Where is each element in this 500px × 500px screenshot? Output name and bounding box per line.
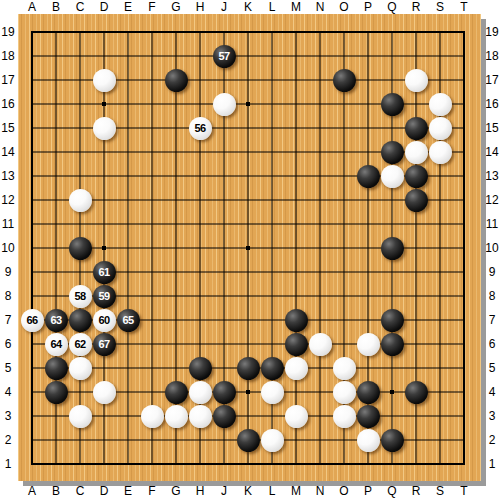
- intersection-R1[interactable]: [404, 452, 428, 476]
- intersection-T2[interactable]: [452, 428, 476, 452]
- intersection-O8[interactable]: [332, 284, 356, 308]
- intersection-G2[interactable]: [164, 428, 188, 452]
- intersection-Q3[interactable]: [380, 404, 404, 428]
- intersection-D1[interactable]: [92, 452, 116, 476]
- intersection-S7[interactable]: [428, 308, 452, 332]
- intersection-G17[interactable]: [164, 68, 188, 92]
- intersection-F19[interactable]: [140, 20, 164, 44]
- intersection-C5[interactable]: [68, 356, 92, 380]
- intersection-L3[interactable]: [260, 404, 284, 428]
- intersection-K1[interactable]: [236, 452, 260, 476]
- intersection-G13[interactable]: [164, 164, 188, 188]
- intersection-N13[interactable]: [308, 164, 332, 188]
- intersection-Q16[interactable]: [380, 92, 404, 116]
- intersection-A15[interactable]: [20, 116, 44, 140]
- intersection-B4[interactable]: [44, 380, 68, 404]
- intersection-T16[interactable]: [452, 92, 476, 116]
- intersection-H16[interactable]: [188, 92, 212, 116]
- intersection-N15[interactable]: [308, 116, 332, 140]
- intersection-H12[interactable]: [188, 188, 212, 212]
- intersection-N1[interactable]: [308, 452, 332, 476]
- intersection-D17[interactable]: [92, 68, 116, 92]
- intersection-O2[interactable]: [332, 428, 356, 452]
- intersection-T9[interactable]: [452, 260, 476, 284]
- intersection-H2[interactable]: [188, 428, 212, 452]
- intersection-M14[interactable]: [284, 140, 308, 164]
- intersection-S12[interactable]: [428, 188, 452, 212]
- intersection-H1[interactable]: [188, 452, 212, 476]
- intersection-J15[interactable]: [212, 116, 236, 140]
- intersection-A6[interactable]: [20, 332, 44, 356]
- intersection-K10[interactable]: [236, 236, 260, 260]
- intersection-F6[interactable]: [140, 332, 164, 356]
- intersection-H10[interactable]: [188, 236, 212, 260]
- intersection-A16[interactable]: [20, 92, 44, 116]
- intersection-N16[interactable]: [308, 92, 332, 116]
- intersection-J13[interactable]: [212, 164, 236, 188]
- intersection-N6[interactable]: [308, 332, 332, 356]
- intersection-F3[interactable]: [140, 404, 164, 428]
- intersection-A1[interactable]: [20, 452, 44, 476]
- intersection-K12[interactable]: [236, 188, 260, 212]
- intersection-R10[interactable]: [404, 236, 428, 260]
- intersection-R19[interactable]: [404, 20, 428, 44]
- intersection-K14[interactable]: [236, 140, 260, 164]
- intersection-L11[interactable]: [260, 212, 284, 236]
- intersection-G16[interactable]: [164, 92, 188, 116]
- intersection-P5[interactable]: [356, 356, 380, 380]
- intersection-R2[interactable]: [404, 428, 428, 452]
- intersection-E9[interactable]: [116, 260, 140, 284]
- intersection-D8[interactable]: 59: [92, 284, 116, 308]
- intersection-R15[interactable]: [404, 116, 428, 140]
- intersection-O7[interactable]: [332, 308, 356, 332]
- intersection-E6[interactable]: [116, 332, 140, 356]
- intersection-L14[interactable]: [260, 140, 284, 164]
- intersection-H14[interactable]: [188, 140, 212, 164]
- intersection-K3[interactable]: [236, 404, 260, 428]
- intersection-T17[interactable]: [452, 68, 476, 92]
- intersection-M9[interactable]: [284, 260, 308, 284]
- intersection-F7[interactable]: [140, 308, 164, 332]
- intersection-G14[interactable]: [164, 140, 188, 164]
- intersection-O5[interactable]: [332, 356, 356, 380]
- intersection-O17[interactable]: [332, 68, 356, 92]
- intersection-M1[interactable]: [284, 452, 308, 476]
- intersection-J3[interactable]: [212, 404, 236, 428]
- intersection-E8[interactable]: [116, 284, 140, 308]
- intersection-G6[interactable]: [164, 332, 188, 356]
- intersection-L8[interactable]: [260, 284, 284, 308]
- intersection-C17[interactable]: [68, 68, 92, 92]
- intersection-L10[interactable]: [260, 236, 284, 260]
- intersection-B9[interactable]: [44, 260, 68, 284]
- intersection-R9[interactable]: [404, 260, 428, 284]
- intersection-Q2[interactable]: [380, 428, 404, 452]
- intersection-T13[interactable]: [452, 164, 476, 188]
- intersection-S11[interactable]: [428, 212, 452, 236]
- intersection-J2[interactable]: [212, 428, 236, 452]
- intersection-E15[interactable]: [116, 116, 140, 140]
- intersection-E4[interactable]: [116, 380, 140, 404]
- intersection-H5[interactable]: [188, 356, 212, 380]
- intersection-O10[interactable]: [332, 236, 356, 260]
- intersection-Q10[interactable]: [380, 236, 404, 260]
- intersection-T8[interactable]: [452, 284, 476, 308]
- intersection-H8[interactable]: [188, 284, 212, 308]
- intersection-C3[interactable]: [68, 404, 92, 428]
- intersection-C15[interactable]: [68, 116, 92, 140]
- intersection-T3[interactable]: [452, 404, 476, 428]
- intersection-J17[interactable]: [212, 68, 236, 92]
- intersection-T6[interactable]: [452, 332, 476, 356]
- intersection-N14[interactable]: [308, 140, 332, 164]
- intersection-P7[interactable]: [356, 308, 380, 332]
- intersection-R18[interactable]: [404, 44, 428, 68]
- intersection-E5[interactable]: [116, 356, 140, 380]
- intersection-R6[interactable]: [404, 332, 428, 356]
- intersection-J5[interactable]: [212, 356, 236, 380]
- intersection-J8[interactable]: [212, 284, 236, 308]
- intersection-L19[interactable]: [260, 20, 284, 44]
- intersection-J18[interactable]: 57: [212, 44, 236, 68]
- intersection-M16[interactable]: [284, 92, 308, 116]
- intersection-J10[interactable]: [212, 236, 236, 260]
- intersection-R5[interactable]: [404, 356, 428, 380]
- intersection-B2[interactable]: [44, 428, 68, 452]
- intersection-O6[interactable]: [332, 332, 356, 356]
- intersection-N19[interactable]: [308, 20, 332, 44]
- intersection-D2[interactable]: [92, 428, 116, 452]
- intersection-H9[interactable]: [188, 260, 212, 284]
- intersection-G9[interactable]: [164, 260, 188, 284]
- intersection-O16[interactable]: [332, 92, 356, 116]
- intersection-D14[interactable]: [92, 140, 116, 164]
- intersection-O4[interactable]: [332, 380, 356, 404]
- intersection-K7[interactable]: [236, 308, 260, 332]
- intersection-N7[interactable]: [308, 308, 332, 332]
- intersection-C19[interactable]: [68, 20, 92, 44]
- intersection-J4[interactable]: [212, 380, 236, 404]
- intersection-F11[interactable]: [140, 212, 164, 236]
- intersection-A4[interactable]: [20, 380, 44, 404]
- intersection-B10[interactable]: [44, 236, 68, 260]
- intersection-B15[interactable]: [44, 116, 68, 140]
- intersection-G15[interactable]: [164, 116, 188, 140]
- intersection-Q17[interactable]: [380, 68, 404, 92]
- intersection-G10[interactable]: [164, 236, 188, 260]
- intersection-A11[interactable]: [20, 212, 44, 236]
- intersection-E2[interactable]: [116, 428, 140, 452]
- intersection-K5[interactable]: [236, 356, 260, 380]
- intersection-C1[interactable]: [68, 452, 92, 476]
- intersection-C4[interactable]: [68, 380, 92, 404]
- intersection-E19[interactable]: [116, 20, 140, 44]
- intersection-G12[interactable]: [164, 188, 188, 212]
- intersection-S17[interactable]: [428, 68, 452, 92]
- intersection-O13[interactable]: [332, 164, 356, 188]
- intersection-O18[interactable]: [332, 44, 356, 68]
- intersection-R4[interactable]: [404, 380, 428, 404]
- intersection-T19[interactable]: [452, 20, 476, 44]
- intersection-N2[interactable]: [308, 428, 332, 452]
- intersection-J19[interactable]: [212, 20, 236, 44]
- intersection-H3[interactable]: [188, 404, 212, 428]
- intersection-S9[interactable]: [428, 260, 452, 284]
- intersection-L13[interactable]: [260, 164, 284, 188]
- intersection-T10[interactable]: [452, 236, 476, 260]
- intersection-B17[interactable]: [44, 68, 68, 92]
- intersection-B3[interactable]: [44, 404, 68, 428]
- intersection-K11[interactable]: [236, 212, 260, 236]
- intersection-T18[interactable]: [452, 44, 476, 68]
- intersection-P14[interactable]: [356, 140, 380, 164]
- intersection-M4[interactable]: [284, 380, 308, 404]
- intersection-M11[interactable]: [284, 212, 308, 236]
- intersection-P6[interactable]: [356, 332, 380, 356]
- intersection-L18[interactable]: [260, 44, 284, 68]
- intersection-J1[interactable]: [212, 452, 236, 476]
- intersection-K4[interactable]: [236, 380, 260, 404]
- intersection-S13[interactable]: [428, 164, 452, 188]
- intersection-L5[interactable]: [260, 356, 284, 380]
- intersection-A5[interactable]: [20, 356, 44, 380]
- intersection-L4[interactable]: [260, 380, 284, 404]
- intersection-N17[interactable]: [308, 68, 332, 92]
- intersection-Q19[interactable]: [380, 20, 404, 44]
- intersection-C16[interactable]: [68, 92, 92, 116]
- intersection-S6[interactable]: [428, 332, 452, 356]
- intersection-E7[interactable]: 65: [116, 308, 140, 332]
- intersection-L9[interactable]: [260, 260, 284, 284]
- intersection-E10[interactable]: [116, 236, 140, 260]
- intersection-N8[interactable]: [308, 284, 332, 308]
- intersection-B11[interactable]: [44, 212, 68, 236]
- intersection-F1[interactable]: [140, 452, 164, 476]
- intersection-C10[interactable]: [68, 236, 92, 260]
- intersection-J6[interactable]: [212, 332, 236, 356]
- intersection-G4[interactable]: [164, 380, 188, 404]
- intersection-A9[interactable]: [20, 260, 44, 284]
- intersection-S19[interactable]: [428, 20, 452, 44]
- intersection-F10[interactable]: [140, 236, 164, 260]
- intersection-M2[interactable]: [284, 428, 308, 452]
- intersection-N3[interactable]: [308, 404, 332, 428]
- intersection-A14[interactable]: [20, 140, 44, 164]
- intersection-E1[interactable]: [116, 452, 140, 476]
- intersection-P10[interactable]: [356, 236, 380, 260]
- intersection-P9[interactable]: [356, 260, 380, 284]
- intersection-H7[interactable]: [188, 308, 212, 332]
- intersection-L6[interactable]: [260, 332, 284, 356]
- intersection-K13[interactable]: [236, 164, 260, 188]
- intersection-P15[interactable]: [356, 116, 380, 140]
- intersection-A12[interactable]: [20, 188, 44, 212]
- intersection-H13[interactable]: [188, 164, 212, 188]
- intersection-S16[interactable]: [428, 92, 452, 116]
- intersection-D18[interactable]: [92, 44, 116, 68]
- intersection-M10[interactable]: [284, 236, 308, 260]
- intersection-M7[interactable]: [284, 308, 308, 332]
- intersection-F18[interactable]: [140, 44, 164, 68]
- intersection-S15[interactable]: [428, 116, 452, 140]
- intersection-D5[interactable]: [92, 356, 116, 380]
- intersection-L2[interactable]: [260, 428, 284, 452]
- intersection-N11[interactable]: [308, 212, 332, 236]
- intersection-E13[interactable]: [116, 164, 140, 188]
- intersection-J7[interactable]: [212, 308, 236, 332]
- intersection-S1[interactable]: [428, 452, 452, 476]
- intersection-Q5[interactable]: [380, 356, 404, 380]
- intersection-K6[interactable]: [236, 332, 260, 356]
- intersection-S18[interactable]: [428, 44, 452, 68]
- intersection-D3[interactable]: [92, 404, 116, 428]
- intersection-O3[interactable]: [332, 404, 356, 428]
- intersection-A19[interactable]: [20, 20, 44, 44]
- intersection-B16[interactable]: [44, 92, 68, 116]
- intersection-C8[interactable]: 58: [68, 284, 92, 308]
- intersection-P12[interactable]: [356, 188, 380, 212]
- intersection-J12[interactable]: [212, 188, 236, 212]
- intersection-S2[interactable]: [428, 428, 452, 452]
- intersection-P18[interactable]: [356, 44, 380, 68]
- intersection-N9[interactable]: [308, 260, 332, 284]
- intersection-D6[interactable]: 67: [92, 332, 116, 356]
- intersection-B18[interactable]: [44, 44, 68, 68]
- intersection-B13[interactable]: [44, 164, 68, 188]
- intersection-G18[interactable]: [164, 44, 188, 68]
- intersection-L7[interactable]: [260, 308, 284, 332]
- intersection-O1[interactable]: [332, 452, 356, 476]
- intersection-H17[interactable]: [188, 68, 212, 92]
- intersection-K8[interactable]: [236, 284, 260, 308]
- intersection-S4[interactable]: [428, 380, 452, 404]
- intersection-O9[interactable]: [332, 260, 356, 284]
- intersection-H4[interactable]: [188, 380, 212, 404]
- intersection-F12[interactable]: [140, 188, 164, 212]
- intersection-C7[interactable]: [68, 308, 92, 332]
- intersection-E3[interactable]: [116, 404, 140, 428]
- intersection-L1[interactable]: [260, 452, 284, 476]
- intersection-D16[interactable]: [92, 92, 116, 116]
- intersection-R13[interactable]: [404, 164, 428, 188]
- intersection-Q7[interactable]: [380, 308, 404, 332]
- intersection-Q13[interactable]: [380, 164, 404, 188]
- intersection-Q9[interactable]: [380, 260, 404, 284]
- intersection-E17[interactable]: [116, 68, 140, 92]
- intersection-H11[interactable]: [188, 212, 212, 236]
- intersection-J16[interactable]: [212, 92, 236, 116]
- intersection-N5[interactable]: [308, 356, 332, 380]
- intersection-P16[interactable]: [356, 92, 380, 116]
- intersection-S14[interactable]: [428, 140, 452, 164]
- intersection-D4[interactable]: [92, 380, 116, 404]
- intersection-K2[interactable]: [236, 428, 260, 452]
- intersection-P8[interactable]: [356, 284, 380, 308]
- intersection-K19[interactable]: [236, 20, 260, 44]
- intersection-A17[interactable]: [20, 68, 44, 92]
- intersection-L16[interactable]: [260, 92, 284, 116]
- intersection-Q18[interactable]: [380, 44, 404, 68]
- intersection-A10[interactable]: [20, 236, 44, 260]
- intersection-B19[interactable]: [44, 20, 68, 44]
- intersection-M13[interactable]: [284, 164, 308, 188]
- intersection-M15[interactable]: [284, 116, 308, 140]
- intersection-F9[interactable]: [140, 260, 164, 284]
- intersection-T14[interactable]: [452, 140, 476, 164]
- intersection-P2[interactable]: [356, 428, 380, 452]
- intersection-Q4[interactable]: [380, 380, 404, 404]
- intersection-D10[interactable]: [92, 236, 116, 260]
- intersection-G8[interactable]: [164, 284, 188, 308]
- intersection-R12[interactable]: [404, 188, 428, 212]
- intersection-J14[interactable]: [212, 140, 236, 164]
- intersection-A3[interactable]: [20, 404, 44, 428]
- intersection-O14[interactable]: [332, 140, 356, 164]
- intersection-P3[interactable]: [356, 404, 380, 428]
- intersection-P17[interactable]: [356, 68, 380, 92]
- intersection-E16[interactable]: [116, 92, 140, 116]
- intersection-G7[interactable]: [164, 308, 188, 332]
- intersection-R14[interactable]: [404, 140, 428, 164]
- intersection-T1[interactable]: [452, 452, 476, 476]
- intersection-R8[interactable]: [404, 284, 428, 308]
- intersection-K17[interactable]: [236, 68, 260, 92]
- intersection-G5[interactable]: [164, 356, 188, 380]
- intersection-F16[interactable]: [140, 92, 164, 116]
- intersection-E11[interactable]: [116, 212, 140, 236]
- intersection-F13[interactable]: [140, 164, 164, 188]
- intersection-S3[interactable]: [428, 404, 452, 428]
- intersection-E18[interactable]: [116, 44, 140, 68]
- intersection-Q1[interactable]: [380, 452, 404, 476]
- intersection-C6[interactable]: 62: [68, 332, 92, 356]
- intersection-T4[interactable]: [452, 380, 476, 404]
- intersection-J9[interactable]: [212, 260, 236, 284]
- intersection-S8[interactable]: [428, 284, 452, 308]
- intersection-B14[interactable]: [44, 140, 68, 164]
- intersection-O15[interactable]: [332, 116, 356, 140]
- intersection-B7[interactable]: 63: [44, 308, 68, 332]
- intersection-F17[interactable]: [140, 68, 164, 92]
- intersection-D19[interactable]: [92, 20, 116, 44]
- intersection-S5[interactable]: [428, 356, 452, 380]
- intersection-P11[interactable]: [356, 212, 380, 236]
- intersection-A2[interactable]: [20, 428, 44, 452]
- intersection-P19[interactable]: [356, 20, 380, 44]
- intersection-B8[interactable]: [44, 284, 68, 308]
- intersection-F5[interactable]: [140, 356, 164, 380]
- intersection-N4[interactable]: [308, 380, 332, 404]
- intersection-Q14[interactable]: [380, 140, 404, 164]
- intersection-N10[interactable]: [308, 236, 332, 260]
- intersection-F15[interactable]: [140, 116, 164, 140]
- intersection-N18[interactable]: [308, 44, 332, 68]
- intersection-O19[interactable]: [332, 20, 356, 44]
- intersection-A8[interactable]: [20, 284, 44, 308]
- intersection-R17[interactable]: [404, 68, 428, 92]
- intersection-Q12[interactable]: [380, 188, 404, 212]
- intersection-K15[interactable]: [236, 116, 260, 140]
- intersection-D15[interactable]: [92, 116, 116, 140]
- intersection-M17[interactable]: [284, 68, 308, 92]
- intersection-M6[interactable]: [284, 332, 308, 356]
- intersection-Q15[interactable]: [380, 116, 404, 140]
- intersection-L12[interactable]: [260, 188, 284, 212]
- intersection-G3[interactable]: [164, 404, 188, 428]
- intersection-H6[interactable]: [188, 332, 212, 356]
- intersection-P13[interactable]: [356, 164, 380, 188]
